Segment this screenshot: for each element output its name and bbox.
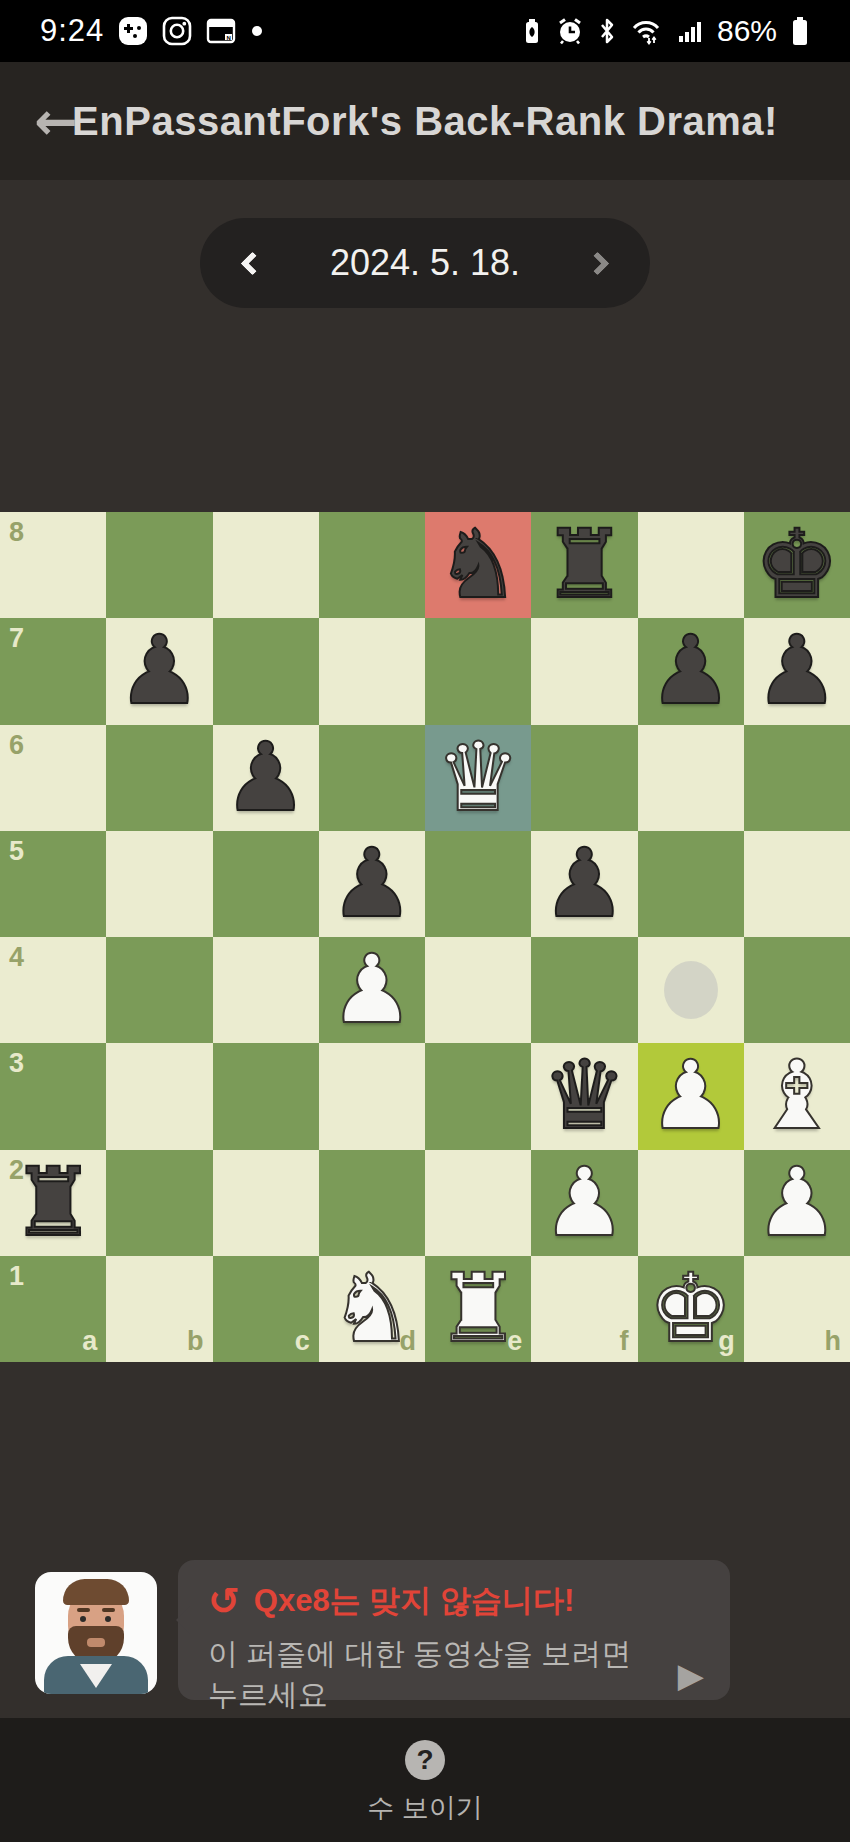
square-h1[interactable]: h [744, 1256, 850, 1362]
square-d4[interactable]: ♟ [319, 937, 425, 1043]
square-g2[interactable] [638, 1150, 744, 1256]
square-a5[interactable]: 5 [0, 831, 106, 937]
status-bar: 9:24 N [0, 0, 850, 62]
square-f7[interactable] [531, 618, 637, 724]
rank-label-4: 4 [9, 942, 24, 973]
square-h7[interactable]: ♟ [744, 618, 850, 724]
square-a2[interactable]: 2♜ [0, 1150, 106, 1256]
rank-label-5: 5 [9, 836, 24, 867]
rank-label-6: 6 [9, 730, 24, 761]
square-e2[interactable] [425, 1150, 531, 1256]
square-g5[interactable] [638, 831, 744, 937]
square-f1[interactable]: f [531, 1256, 637, 1362]
square-e5[interactable] [425, 831, 531, 937]
square-c1[interactable]: c [213, 1256, 319, 1362]
wifi-icon [629, 16, 665, 46]
play-games-app-icon [118, 16, 148, 46]
file-label-h: h [825, 1326, 842, 1357]
white-rook[interactable]: ♜ [425, 1256, 531, 1362]
coach-avatar[interactable] [35, 1572, 157, 1694]
square-h2[interactable]: ♟ [744, 1150, 850, 1256]
white-pawn[interactable]: ♟ [638, 1043, 744, 1149]
square-f3[interactable]: ♛ [531, 1043, 637, 1149]
svg-text:N: N [227, 35, 231, 41]
white-king[interactable]: ♚ [638, 1256, 744, 1362]
show-move-button[interactable]: ? [405, 1740, 445, 1780]
square-c7[interactable] [213, 618, 319, 724]
square-d3[interactable] [319, 1043, 425, 1149]
black-pawn[interactable]: ♟ [638, 618, 744, 724]
avatar-eye [105, 1616, 111, 1622]
black-queen[interactable]: ♛ [531, 1043, 637, 1149]
square-e8[interactable]: ♞ [425, 512, 531, 618]
avatar-hair [63, 1579, 129, 1605]
square-a3[interactable]: 3 [0, 1043, 106, 1149]
clock-time: 9:24 [40, 13, 104, 49]
square-b7[interactable]: ♟ [106, 618, 212, 724]
rank-label-8: 8 [9, 517, 24, 548]
header: ← EnPassantFork's Back-Rank Drama! [0, 62, 850, 180]
square-e6[interactable]: ♛ [425, 725, 531, 831]
avatar-brow [102, 1608, 115, 1612]
white-bishop[interactable]: ♝ [744, 1043, 850, 1149]
square-h3[interactable]: ♝ [744, 1043, 850, 1149]
puzzle-screen: 9:24 N [0, 0, 850, 1842]
square-c8[interactable] [213, 512, 319, 618]
square-f8[interactable]: ♜ [531, 512, 637, 618]
retry-icon[interactable]: ↺ [208, 1582, 240, 1620]
square-a6[interactable]: 6 [0, 725, 106, 831]
black-pawn[interactable]: ♟ [213, 725, 319, 831]
avatar-eye [80, 1616, 86, 1622]
square-d8[interactable] [319, 512, 425, 618]
date-navigator: 2024. 5. 18. [200, 218, 650, 308]
next-day-button[interactable] [585, 251, 609, 275]
square-b1[interactable]: b [106, 1256, 212, 1362]
square-a8[interactable]: 8 [0, 512, 106, 618]
bottom-bar: ? 수 보이기 [0, 1718, 850, 1842]
battery-saver-icon [522, 16, 542, 46]
square-e3[interactable] [425, 1043, 531, 1149]
previous-day-button[interactable] [240, 251, 264, 275]
square-e1[interactable]: e♜ [425, 1256, 531, 1362]
black-pawn[interactable]: ♟ [106, 618, 212, 724]
video-hint-message: 이 퍼즐에 대한 동영상을 보려면 누르세요 [208, 1634, 666, 1716]
play-video-icon[interactable]: ▶ [678, 1658, 704, 1692]
square-f5[interactable]: ♟ [531, 831, 637, 937]
square-f2[interactable]: ♟ [531, 1150, 637, 1256]
square-g8[interactable] [638, 512, 744, 618]
move-hint-dot[interactable] [664, 961, 718, 1019]
square-g7[interactable]: ♟ [638, 618, 744, 724]
coach-speech-bubble[interactable]: ↺ Qxe8는 맞지 않습니다! 이 퍼즐에 대한 동영상을 보려면 누르세요 … [178, 1560, 730, 1700]
square-a7[interactable]: 7 [0, 618, 106, 724]
error-message: Qxe8는 맞지 않습니다! [254, 1580, 574, 1622]
square-c4[interactable] [213, 937, 319, 1043]
white-pawn[interactable]: ♟ [319, 937, 425, 1043]
white-knight[interactable]: ♞ [319, 1256, 425, 1362]
alarm-icon [555, 16, 585, 46]
rank-label-1: 1 [9, 1261, 24, 1292]
square-h4[interactable] [744, 937, 850, 1043]
signal-icon [678, 17, 704, 45]
square-f6[interactable] [531, 725, 637, 831]
avatar-brow [77, 1608, 90, 1612]
square-h6[interactable] [744, 725, 850, 831]
square-b8[interactable] [106, 512, 212, 618]
back-button[interactable]: ← [34, 95, 78, 147]
black-knight[interactable]: ♞ [425, 512, 531, 618]
square-f4[interactable] [531, 937, 637, 1043]
square-e7[interactable] [425, 618, 531, 724]
square-g6[interactable] [638, 725, 744, 831]
square-d2[interactable] [319, 1150, 425, 1256]
square-g1[interactable]: g♚ [638, 1256, 744, 1362]
file-label-c: c [295, 1326, 310, 1357]
rank-label-7: 7 [9, 623, 24, 654]
file-label-f: f [620, 1326, 629, 1357]
square-b5[interactable] [106, 831, 212, 937]
browser-app-icon: N [206, 16, 236, 46]
white-pawn[interactable]: ♟ [744, 1150, 850, 1256]
square-e4[interactable] [425, 937, 531, 1043]
square-c2[interactable] [213, 1150, 319, 1256]
puzzle-date: 2024. 5. 18. [330, 242, 520, 284]
square-c6[interactable]: ♟ [213, 725, 319, 831]
square-c3[interactable] [213, 1043, 319, 1149]
show-move-label: 수 보이기 [367, 1790, 483, 1826]
battery-percent: 86% [717, 14, 777, 48]
square-a1[interactable]: 1a [0, 1256, 106, 1362]
square-b3[interactable] [106, 1043, 212, 1149]
bluetooth-icon [598, 17, 616, 45]
black-rook[interactable]: ♜ [0, 1150, 106, 1256]
square-h5[interactable] [744, 831, 850, 937]
square-c5[interactable] [213, 831, 319, 937]
instagram-app-icon [162, 16, 192, 46]
square-a4[interactable]: 4 [0, 937, 106, 1043]
square-d5[interactable]: ♟ [319, 831, 425, 937]
square-b6[interactable] [106, 725, 212, 831]
square-d7[interactable] [319, 618, 425, 724]
rank-label-3: 3 [9, 1048, 24, 1079]
black-king[interactable]: ♚ [744, 512, 850, 618]
battery-icon [790, 15, 810, 47]
file-label-a: a [82, 1326, 97, 1357]
square-h8[interactable]: ♚ [744, 512, 850, 618]
black-pawn[interactable]: ♟ [531, 831, 637, 937]
black-rook[interactable]: ♜ [531, 512, 637, 618]
chess-board[interactable]: 8♞♜♚7♟♟♟6♟♛5♟♟4♟3♛♟♝2♜♟♟1abcd♞e♜fg♚h [0, 512, 850, 1362]
white-pawn[interactable]: ♟ [531, 1150, 637, 1256]
black-pawn[interactable]: ♟ [319, 831, 425, 937]
square-b2[interactable] [106, 1150, 212, 1256]
white-queen[interactable]: ♛ [425, 725, 531, 831]
square-g3[interactable]: ♟ [638, 1043, 744, 1149]
square-b4[interactable] [106, 937, 212, 1043]
notification-dot [250, 24, 264, 38]
page-title: EnPassantFork's Back-Rank Drama! [72, 99, 778, 144]
file-label-b: b [187, 1326, 204, 1357]
square-g4[interactable] [638, 937, 744, 1043]
square-d6[interactable] [319, 725, 425, 831]
square-d1[interactable]: d♞ [319, 1256, 425, 1362]
black-pawn[interactable]: ♟ [744, 618, 850, 724]
avatar-mouth [87, 1638, 105, 1647]
